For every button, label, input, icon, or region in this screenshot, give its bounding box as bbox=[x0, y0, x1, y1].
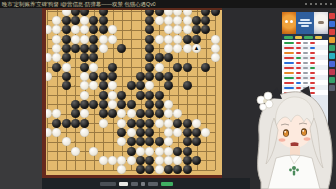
go-stone-black bbox=[155, 109, 164, 118]
row-label-bar bbox=[284, 57, 294, 59]
go-stone-black bbox=[117, 128, 126, 137]
go-stone-white bbox=[211, 44, 220, 53]
go-stone-black bbox=[173, 165, 182, 174]
go-stone-black bbox=[80, 119, 89, 128]
go-stone-white bbox=[173, 35, 182, 44]
go-stone-black bbox=[62, 81, 71, 90]
row-value-bar bbox=[303, 42, 308, 44]
row-value-bar bbox=[303, 62, 308, 64]
go-stone-black bbox=[71, 16, 80, 25]
row-label-bar bbox=[284, 72, 294, 74]
go-stone-black bbox=[89, 35, 98, 44]
go-stone-black bbox=[183, 165, 192, 174]
go-stone-black bbox=[108, 63, 117, 72]
go-stone-black bbox=[192, 25, 201, 34]
row-value-bar bbox=[296, 62, 301, 64]
go-stone-black bbox=[201, 63, 210, 72]
stream-screen: 晚市'定制账养'立碑'狗督 i@营信息·防弹幕——双禁 包猫心遇Qv0 ▲ bbox=[0, 0, 336, 189]
row-value-bar bbox=[303, 67, 308, 69]
go-stone-white bbox=[80, 91, 89, 100]
go-stone-black bbox=[62, 44, 71, 53]
app-icon[interactable] bbox=[329, 21, 335, 27]
row-label-bar bbox=[284, 42, 294, 44]
go-stone-black bbox=[145, 72, 154, 81]
go-stone-black bbox=[80, 8, 89, 16]
go-stone-black bbox=[80, 53, 89, 62]
players-header bbox=[282, 12, 328, 34]
go-stone-white bbox=[164, 35, 173, 44]
go-stone-black bbox=[136, 119, 145, 128]
go-stone-white bbox=[108, 81, 117, 90]
go-stone-black bbox=[71, 100, 80, 109]
go-stone-white bbox=[108, 100, 117, 109]
row-value-bar bbox=[296, 42, 301, 44]
go-stone-black bbox=[192, 35, 201, 44]
go-stone-white bbox=[99, 44, 108, 53]
go-stone-black bbox=[136, 72, 145, 81]
go-stone-black bbox=[117, 91, 126, 100]
go-stone-white bbox=[52, 44, 61, 53]
go-stone-white bbox=[173, 44, 182, 53]
go-stone-black bbox=[183, 119, 192, 128]
go-stone-white bbox=[89, 147, 98, 156]
row-value-bar bbox=[296, 47, 301, 49]
stream-top-bar: 晚市'定制账养'立碑'狗督 i@营信息·防弹幕——双禁 包猫心遇Qv0 bbox=[0, 0, 336, 8]
go-stone-white bbox=[117, 137, 126, 146]
go-stone-black bbox=[164, 53, 173, 62]
match-vs-info bbox=[296, 12, 314, 34]
go-stone-black bbox=[145, 109, 154, 118]
go-stone-black bbox=[127, 119, 136, 128]
go-stone-white bbox=[183, 25, 192, 34]
go-stone-black bbox=[89, 100, 98, 109]
vs-info-line bbox=[301, 25, 309, 27]
go-stone-white bbox=[173, 128, 182, 137]
go-stone-black bbox=[127, 100, 136, 109]
row-label-bar bbox=[284, 67, 294, 69]
go-stone-black bbox=[136, 165, 145, 174]
go-stone-white bbox=[164, 25, 173, 34]
last-move-triangle-marker: ▲ bbox=[192, 44, 201, 53]
go-stone-black bbox=[71, 109, 80, 118]
timer-chip bbox=[295, 36, 302, 39]
go-stone-white bbox=[80, 109, 89, 118]
go-stone-black bbox=[89, 53, 98, 62]
go-stone-black bbox=[145, 91, 154, 100]
go-stone-black bbox=[145, 137, 154, 146]
player-white-avatar[interactable] bbox=[314, 12, 328, 34]
go-stone-black bbox=[80, 63, 89, 72]
go-stone-white bbox=[136, 147, 145, 156]
row-label-bar bbox=[284, 52, 294, 54]
go-stone-black bbox=[89, 16, 98, 25]
row-value-bar bbox=[296, 72, 301, 74]
go-stone-white bbox=[173, 156, 182, 165]
go-stone-white bbox=[99, 156, 108, 165]
go-stone-black bbox=[145, 63, 154, 72]
go-stone-white bbox=[62, 63, 71, 72]
go-stone-white bbox=[173, 16, 182, 25]
status-dot-icon bbox=[325, 3, 327, 5]
go-stone-black bbox=[62, 35, 71, 44]
go-stone-black bbox=[183, 147, 192, 156]
go-stone-black bbox=[62, 16, 71, 25]
row-label-bar bbox=[284, 62, 294, 64]
go-stone-white bbox=[43, 109, 52, 118]
go-stone-black bbox=[89, 72, 98, 81]
go-stone-white bbox=[117, 109, 126, 118]
go-stone-black bbox=[145, 16, 154, 25]
go-stone-white bbox=[211, 53, 220, 62]
go-stone-black bbox=[117, 100, 126, 109]
go-stone-white bbox=[117, 165, 126, 174]
go-stone-black bbox=[155, 72, 164, 81]
row-value-bar bbox=[303, 52, 308, 54]
stream-notice-text: 晚市'定制账养'立碑'狗督 i@营信息·防弹幕——双禁 包猫心遇Qv0 bbox=[0, 0, 156, 7]
go-stone-white bbox=[52, 16, 61, 25]
app-icon[interactable] bbox=[329, 13, 335, 19]
app-icon[interactable] bbox=[329, 37, 335, 43]
row-value-bar bbox=[310, 42, 315, 44]
toolbar-button[interactable] bbox=[100, 182, 116, 186]
row-value-bar bbox=[310, 67, 315, 69]
go-stone-black bbox=[173, 119, 182, 128]
go-stone-white bbox=[183, 16, 192, 25]
vtuber-blush bbox=[304, 137, 311, 140]
go-stone-white bbox=[108, 156, 117, 165]
app-icon[interactable] bbox=[329, 61, 335, 67]
go-stone-white bbox=[173, 109, 182, 118]
go-stone-white bbox=[117, 156, 126, 165]
toolbar-button[interactable] bbox=[131, 182, 138, 186]
go-stone-black bbox=[108, 109, 117, 118]
go-stone-white bbox=[164, 128, 173, 137]
go-stone-black bbox=[108, 72, 117, 81]
go-stone-black bbox=[62, 72, 71, 81]
go-stone-white bbox=[108, 25, 117, 34]
row-label-bar bbox=[284, 77, 294, 79]
row-label-bar bbox=[284, 47, 294, 49]
left-background-gutter bbox=[0, 8, 42, 189]
go-stone-white bbox=[173, 25, 182, 34]
go-stone-black bbox=[99, 16, 108, 25]
go-stone-black bbox=[99, 81, 108, 90]
go-stone-white bbox=[127, 128, 136, 137]
go-stone-black bbox=[145, 44, 154, 53]
go-stone-white bbox=[145, 81, 154, 90]
go-stone-black bbox=[99, 109, 108, 118]
go-stone-white bbox=[80, 16, 89, 25]
go-stone-white bbox=[164, 100, 173, 109]
go-stone-white bbox=[155, 16, 164, 25]
go-stone-white bbox=[52, 109, 61, 118]
go-stone-white bbox=[99, 119, 108, 128]
go-stone-white bbox=[71, 35, 80, 44]
go-stone-black bbox=[136, 109, 145, 118]
go-stone-black bbox=[71, 119, 80, 128]
go-stone-white bbox=[80, 72, 89, 81]
go-stone-black bbox=[183, 156, 192, 165]
go-stone-black bbox=[136, 137, 145, 146]
row-value-bar bbox=[296, 57, 301, 59]
go-stone-black bbox=[211, 8, 220, 16]
grid-line-v bbox=[215, 8, 216, 170]
go-stone-white bbox=[155, 35, 164, 44]
go-stone-white bbox=[89, 63, 98, 72]
row-value-bar bbox=[310, 77, 315, 79]
go-stone-white bbox=[164, 44, 173, 53]
go-stone-black bbox=[192, 156, 201, 165]
flower-ornament-icon bbox=[257, 92, 273, 110]
go-stone-black bbox=[136, 81, 145, 90]
go-stone-white bbox=[164, 8, 173, 16]
vtuber-avatar bbox=[248, 84, 336, 189]
go-stone-white bbox=[71, 25, 80, 34]
row-value-bar bbox=[310, 52, 315, 54]
row-value-bar bbox=[296, 67, 301, 69]
go-stone-black bbox=[145, 25, 154, 34]
go-stone-white bbox=[52, 53, 61, 62]
go-stone-black bbox=[62, 25, 71, 34]
timer-chip bbox=[284, 36, 293, 39]
go-stone-black bbox=[183, 63, 192, 72]
go-stone-white bbox=[155, 156, 164, 165]
go-stone-white bbox=[164, 137, 173, 146]
go-stone-black bbox=[164, 72, 173, 81]
go-stone-black bbox=[164, 165, 173, 174]
go-stone-black bbox=[155, 100, 164, 109]
go-stone-black bbox=[117, 44, 126, 53]
go-stone-black bbox=[192, 128, 201, 137]
go-stone-black bbox=[183, 35, 192, 44]
go-stone-white bbox=[155, 165, 164, 174]
go-stone-black bbox=[62, 53, 71, 62]
go-stone-white bbox=[155, 147, 164, 156]
row-value-bar bbox=[310, 47, 315, 49]
go-stone-white bbox=[201, 128, 210, 137]
go-stone-white bbox=[117, 119, 126, 128]
go-stone-black bbox=[52, 119, 61, 128]
go-stone-white: ▲ bbox=[192, 44, 201, 53]
status-dot-icon bbox=[310, 3, 312, 5]
go-stone-white bbox=[80, 25, 89, 34]
go-stone-black bbox=[155, 91, 164, 100]
go-stone-black bbox=[89, 44, 98, 53]
vs-info-line bbox=[300, 19, 310, 21]
go-stone-black bbox=[127, 137, 136, 146]
row-value-bar bbox=[296, 77, 301, 79]
vs-info-line bbox=[298, 22, 312, 24]
go-stone-black bbox=[80, 44, 89, 53]
go-stone-black bbox=[145, 128, 154, 137]
app-icon[interactable] bbox=[329, 77, 335, 83]
go-stone-white bbox=[145, 147, 154, 156]
go-stone-black bbox=[192, 16, 201, 25]
go-stone-white bbox=[62, 137, 71, 146]
go-stone-black bbox=[164, 81, 173, 90]
go-stone-black bbox=[99, 25, 108, 34]
go-stone-white bbox=[192, 119, 201, 128]
go-stone-black bbox=[201, 16, 210, 25]
go-stone-black bbox=[155, 8, 164, 16]
go-stone-black bbox=[183, 81, 192, 90]
go-stone-black bbox=[80, 100, 89, 109]
go-stone-black bbox=[145, 8, 154, 16]
go-stone-black bbox=[145, 165, 154, 174]
app-icon[interactable] bbox=[329, 69, 335, 75]
status-dot-icon bbox=[305, 3, 307, 5]
go-stone-black bbox=[173, 63, 182, 72]
go-stone-white bbox=[183, 8, 192, 16]
status-dot-icon bbox=[315, 3, 317, 5]
go-stone-black bbox=[89, 25, 98, 34]
go-stone-white bbox=[164, 119, 173, 128]
go-stone-black bbox=[155, 137, 164, 146]
go-stone-black bbox=[71, 8, 80, 16]
go-stone-black bbox=[99, 91, 108, 100]
go-stone-white bbox=[173, 8, 182, 16]
go-stone-black bbox=[99, 8, 108, 16]
go-stone-black bbox=[173, 147, 182, 156]
go-stone-white bbox=[108, 35, 117, 44]
go-stone-white bbox=[80, 35, 89, 44]
toolbar-button[interactable] bbox=[161, 182, 173, 186]
go-stone-black bbox=[201, 25, 210, 34]
go-stone-white bbox=[43, 53, 52, 62]
go-stone-white bbox=[127, 156, 136, 165]
go-stone-white bbox=[71, 147, 80, 156]
go-stone-black bbox=[183, 137, 192, 146]
row-value-bar bbox=[310, 72, 315, 74]
toolbar-button[interactable] bbox=[148, 182, 158, 186]
app-icon[interactable] bbox=[329, 29, 335, 35]
go-stone-black bbox=[145, 156, 154, 165]
go-stone-white bbox=[155, 119, 164, 128]
go-stone-black bbox=[62, 119, 71, 128]
go-stone-white bbox=[43, 25, 52, 34]
go-stone-black bbox=[136, 128, 145, 137]
go-stone-white bbox=[80, 128, 89, 137]
go-stone-white bbox=[62, 8, 71, 16]
go-stone-black bbox=[145, 100, 154, 109]
status-dot-icon bbox=[320, 3, 322, 5]
app-icon[interactable] bbox=[329, 53, 335, 59]
top-bar-status-dots bbox=[305, 3, 336, 5]
go-stone-white bbox=[183, 44, 192, 53]
go-stone-white bbox=[80, 81, 89, 90]
row-value-bar bbox=[303, 72, 308, 74]
app-icon-strip bbox=[329, 13, 336, 91]
go-stone-white bbox=[164, 109, 173, 118]
go-stone-white bbox=[155, 63, 164, 72]
go-stone-white bbox=[99, 35, 108, 44]
go-stone-white bbox=[164, 16, 173, 25]
player-black-avatar-fox[interactable] bbox=[282, 12, 296, 34]
row-value-bar bbox=[303, 57, 308, 59]
status-dot-icon bbox=[330, 3, 332, 5]
go-stone-white bbox=[52, 128, 61, 137]
go-stone-black bbox=[136, 91, 145, 100]
go-stone-white bbox=[89, 81, 98, 90]
go-client-bottom-toolbar bbox=[42, 178, 250, 189]
go-stone-white bbox=[52, 25, 61, 34]
toolbar-button[interactable] bbox=[141, 182, 145, 186]
row-value-bar bbox=[303, 77, 308, 79]
go-stone-black bbox=[136, 156, 145, 165]
go-stone-black bbox=[52, 63, 61, 72]
go-stone-white bbox=[127, 109, 136, 118]
go-stone-black bbox=[201, 8, 210, 16]
go-stone-black bbox=[192, 137, 201, 146]
go-stone-white bbox=[43, 128, 52, 137]
go-board-surface: ▲ bbox=[46, 10, 222, 175]
row-value-bar bbox=[310, 62, 315, 64]
go-stone-black bbox=[71, 44, 80, 53]
go-stone-white bbox=[164, 147, 173, 156]
row-value-bar bbox=[310, 57, 315, 59]
go-stone-white bbox=[43, 72, 52, 81]
row-value-bar bbox=[296, 52, 301, 54]
go-stone-white bbox=[211, 35, 220, 44]
go-stone-white bbox=[108, 91, 117, 100]
go-stone-black bbox=[145, 53, 154, 62]
go-stone-black bbox=[99, 72, 108, 81]
go-stone-black bbox=[145, 119, 154, 128]
go-stone-black bbox=[183, 128, 192, 137]
timer-chip bbox=[315, 36, 322, 39]
timer-chip bbox=[304, 36, 313, 39]
go-stone-black bbox=[145, 35, 154, 44]
vtuber-blush bbox=[279, 138, 286, 141]
go-board[interactable]: ▲ bbox=[42, 8, 222, 178]
go-stone-black bbox=[127, 147, 136, 156]
go-stone-black bbox=[127, 81, 136, 90]
go-stone-black bbox=[155, 53, 164, 62]
toolbar-button[interactable] bbox=[119, 182, 128, 186]
go-stone-black bbox=[99, 100, 108, 109]
go-stone-white bbox=[52, 35, 61, 44]
row-value-bar bbox=[303, 47, 308, 49]
app-icon[interactable] bbox=[329, 45, 335, 51]
go-stone-white bbox=[164, 156, 173, 165]
